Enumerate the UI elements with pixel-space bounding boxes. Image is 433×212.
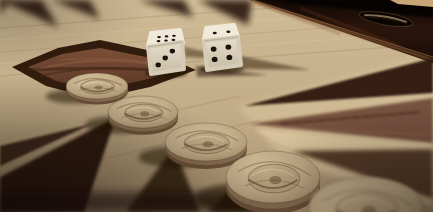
left-die — [148, 30, 184, 74]
right-die-front-face — [204, 37, 241, 70]
die-pip — [226, 31, 230, 33]
die-pip — [163, 56, 168, 61]
die-pip — [157, 36, 161, 38]
die-pip — [172, 35, 176, 37]
die-pip — [211, 46, 217, 51]
die-pip — [213, 32, 217, 34]
board-scene — [0, 0, 433, 212]
die-pip — [170, 49, 175, 54]
die-pip — [225, 44, 231, 49]
die-pip — [226, 55, 232, 60]
die-pip — [212, 57, 218, 62]
die-pip — [155, 63, 160, 68]
backgammon-board-photo — [0, 0, 433, 212]
right-die — [204, 25, 241, 70]
die-pip — [157, 40, 161, 42]
die-pip — [165, 35, 169, 37]
die-pip — [164, 39, 168, 41]
die-pip — [172, 39, 176, 41]
